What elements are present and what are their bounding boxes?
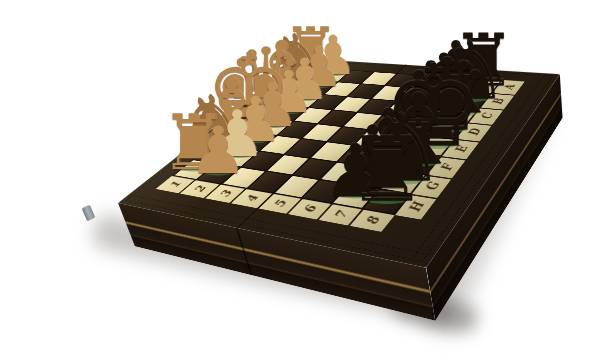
- hinge: [82, 205, 96, 221]
- chess-set-photo: 12345678 ABCDEFGH ♜♞♝♛♚♝♞♜♟♟♟♟♟♟♟♟♟♟♟♟♟♟…: [0, 0, 600, 360]
- chess-board: 12345678 ABCDEFGH: [118, 58, 560, 267]
- fold-seam-edge: [236, 228, 252, 276]
